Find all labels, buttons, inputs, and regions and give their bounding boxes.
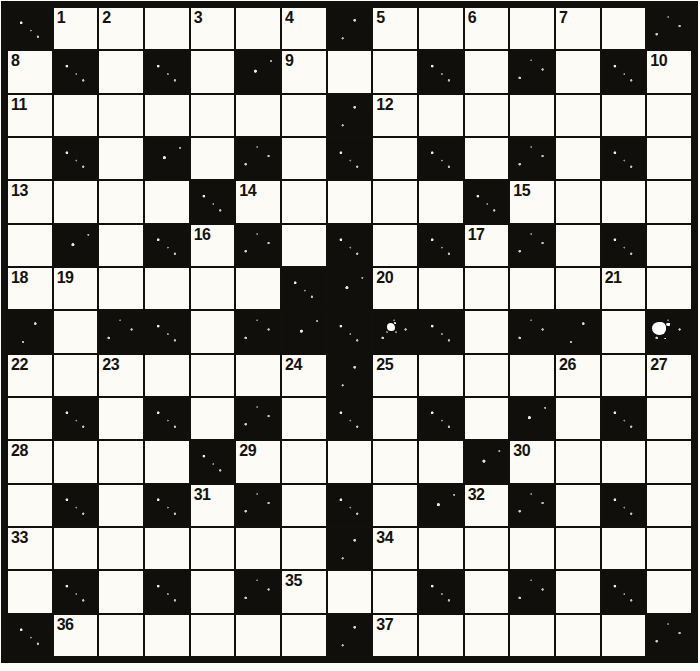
- white-cell[interactable]: [602, 615, 646, 656]
- black-cell: [145, 571, 189, 612]
- white-cell[interactable]: [647, 225, 691, 266]
- white-cell[interactable]: [99, 181, 143, 222]
- white-cell[interactable]: [465, 311, 509, 352]
- black-cell: [54, 571, 98, 612]
- white-cell[interactable]: 27: [647, 355, 691, 396]
- white-cell[interactable]: [510, 528, 554, 569]
- white-cell[interactable]: 33: [8, 528, 52, 569]
- black-cell: [419, 485, 463, 526]
- clue-number: 17: [468, 226, 485, 244]
- white-cell[interactable]: 26: [556, 355, 600, 396]
- white-cell[interactable]: 15: [510, 181, 554, 222]
- white-cell[interactable]: [236, 95, 280, 136]
- black-cell: [647, 311, 691, 352]
- white-cell[interactable]: 24: [282, 355, 326, 396]
- clue-number: 8: [11, 52, 19, 70]
- white-cell[interactable]: [8, 571, 52, 612]
- white-cell[interactable]: [647, 95, 691, 136]
- white-cell[interactable]: [602, 181, 646, 222]
- white-cell[interactable]: [99, 138, 143, 179]
- white-cell[interactable]: [99, 268, 143, 309]
- white-cell[interactable]: [556, 95, 600, 136]
- white-cell[interactable]: [236, 268, 280, 309]
- white-cell[interactable]: [145, 355, 189, 396]
- black-cell: [419, 571, 463, 612]
- black-cell: [145, 51, 189, 92]
- white-cell[interactable]: [145, 528, 189, 569]
- black-cell: [191, 181, 235, 222]
- white-cell[interactable]: [54, 181, 98, 222]
- black-cell: [419, 398, 463, 439]
- clue-number: 33: [11, 529, 28, 547]
- white-cell[interactable]: 32: [465, 485, 509, 526]
- white-cell[interactable]: [647, 398, 691, 439]
- white-cell[interactable]: [465, 138, 509, 179]
- black-cell: [54, 398, 98, 439]
- clue-number: 4: [285, 9, 293, 27]
- white-cell[interactable]: [191, 95, 235, 136]
- white-cell[interactable]: [54, 95, 98, 136]
- white-cell[interactable]: [8, 225, 52, 266]
- white-cell[interactable]: [419, 268, 463, 309]
- crossword-grid: 1234567891011121314151617181920212223242…: [1, 1, 698, 663]
- white-cell[interactable]: 20: [373, 268, 417, 309]
- white-cell[interactable]: 19: [54, 268, 98, 309]
- white-cell[interactable]: [8, 398, 52, 439]
- black-cell: [328, 615, 372, 656]
- white-cell[interactable]: 35: [282, 571, 326, 612]
- clue-number: 3: [194, 9, 202, 27]
- white-cell[interactable]: [602, 8, 646, 49]
- white-cell[interactable]: 3: [191, 8, 235, 49]
- white-cell[interactable]: 18: [8, 268, 52, 309]
- white-cell[interactable]: [282, 398, 326, 439]
- white-cell[interactable]: 28: [8, 441, 52, 482]
- black-cell: [328, 138, 372, 179]
- white-cell[interactable]: [99, 51, 143, 92]
- black-cell: [419, 225, 463, 266]
- black-cell: [328, 485, 372, 526]
- white-cell[interactable]: [373, 571, 417, 612]
- black-cell: [465, 441, 509, 482]
- white-cell[interactable]: [465, 398, 509, 439]
- black-cell: [99, 311, 143, 352]
- clue-number: 32: [468, 486, 485, 504]
- white-cell[interactable]: [191, 615, 235, 656]
- black-cell: [236, 398, 280, 439]
- clue-number: 31: [194, 486, 211, 504]
- clue-number: 18: [11, 269, 28, 287]
- white-cell[interactable]: [465, 571, 509, 612]
- white-cell[interactable]: 17: [465, 225, 509, 266]
- white-cell[interactable]: 11: [8, 95, 52, 136]
- white-cell[interactable]: [465, 268, 509, 309]
- white-cell[interactable]: [8, 485, 52, 526]
- black-cell: [373, 311, 417, 352]
- clue-number: 7: [559, 9, 567, 27]
- clue-number: 12: [376, 96, 393, 114]
- black-cell: [465, 181, 509, 222]
- black-cell: [510, 225, 554, 266]
- white-cell[interactable]: [236, 528, 280, 569]
- black-cell: [419, 51, 463, 92]
- white-cell[interactable]: [373, 398, 417, 439]
- white-cell[interactable]: [373, 225, 417, 266]
- clue-number: 10: [650, 52, 667, 70]
- white-cell[interactable]: [236, 8, 280, 49]
- white-cell[interactable]: 30: [510, 441, 554, 482]
- white-cell[interactable]: [282, 181, 326, 222]
- white-cell[interactable]: [419, 528, 463, 569]
- white-cell[interactable]: 36: [54, 615, 98, 656]
- white-cell[interactable]: 12: [373, 95, 417, 136]
- clue-number: 23: [102, 356, 119, 374]
- clue-number: 21: [605, 269, 622, 287]
- black-cell: [282, 268, 326, 309]
- clue-number: 36: [57, 616, 74, 634]
- white-cell[interactable]: [465, 355, 509, 396]
- white-cell[interactable]: [145, 95, 189, 136]
- black-cell: [328, 311, 372, 352]
- white-cell[interactable]: [236, 615, 280, 656]
- white-cell[interactable]: [556, 528, 600, 569]
- white-cell[interactable]: [465, 51, 509, 92]
- black-cell: [145, 398, 189, 439]
- black-cell: [647, 615, 691, 656]
- white-cell[interactable]: [373, 51, 417, 92]
- white-cell[interactable]: [282, 615, 326, 656]
- clue-number: 24: [285, 356, 302, 374]
- clue-number: 19: [57, 269, 74, 287]
- black-cell: [510, 138, 554, 179]
- white-cell[interactable]: [8, 138, 52, 179]
- black-cell: [54, 225, 98, 266]
- black-cell: [602, 138, 646, 179]
- white-cell[interactable]: 16: [191, 225, 235, 266]
- white-cell[interactable]: [99, 398, 143, 439]
- white-cell[interactable]: [373, 138, 417, 179]
- white-cell[interactable]: [54, 441, 98, 482]
- white-cell[interactable]: 21: [602, 268, 646, 309]
- black-cell: [328, 8, 372, 49]
- white-cell[interactable]: [419, 355, 463, 396]
- white-cell[interactable]: 9: [282, 51, 326, 92]
- clue-number: 14: [239, 182, 256, 200]
- white-cell[interactable]: [647, 138, 691, 179]
- white-cell[interactable]: [191, 311, 235, 352]
- white-cell[interactable]: [556, 441, 600, 482]
- white-cell[interactable]: 29: [236, 441, 280, 482]
- black-cell: [8, 311, 52, 352]
- black-cell: [328, 268, 372, 309]
- black-cell: [282, 311, 326, 352]
- white-cell[interactable]: 37: [373, 615, 417, 656]
- white-cell[interactable]: 23: [99, 355, 143, 396]
- black-cell: [328, 398, 372, 439]
- black-cell: [602, 571, 646, 612]
- white-cell[interactable]: 7: [556, 8, 600, 49]
- white-cell[interactable]: [99, 225, 143, 266]
- black-cell: [236, 311, 280, 352]
- clue-number: 35: [285, 572, 302, 590]
- white-cell[interactable]: 1: [54, 8, 98, 49]
- black-cell: [510, 51, 554, 92]
- white-cell[interactable]: [556, 138, 600, 179]
- white-cell[interactable]: [191, 51, 235, 92]
- white-cell[interactable]: 5: [373, 8, 417, 49]
- clue-number: 2: [102, 9, 110, 27]
- clue-number: 34: [376, 529, 393, 547]
- clue-number: 15: [513, 182, 530, 200]
- clue-number: 28: [11, 442, 28, 460]
- white-cell[interactable]: [54, 355, 98, 396]
- clue-number: 1: [57, 9, 65, 27]
- white-cell[interactable]: [419, 95, 463, 136]
- white-cell[interactable]: [465, 615, 509, 656]
- white-cell[interactable]: 2: [99, 8, 143, 49]
- clue-number: 27: [650, 356, 667, 374]
- white-cell[interactable]: [99, 95, 143, 136]
- white-cell[interactable]: [145, 181, 189, 222]
- white-cell[interactable]: [556, 51, 600, 92]
- clue-number: 25: [376, 356, 393, 374]
- white-cell[interactable]: 31: [191, 485, 235, 526]
- white-cell[interactable]: 25: [373, 355, 417, 396]
- white-cell[interactable]: 4: [282, 8, 326, 49]
- white-cell[interactable]: [99, 571, 143, 612]
- black-cell: [8, 8, 52, 49]
- white-cell[interactable]: [191, 528, 235, 569]
- white-cell[interactable]: [328, 571, 372, 612]
- white-cell[interactable]: [282, 441, 326, 482]
- white-cell[interactable]: [145, 268, 189, 309]
- clue-number: 13: [11, 182, 28, 200]
- white-cell[interactable]: [145, 615, 189, 656]
- white-cell[interactable]: 6: [465, 8, 509, 49]
- white-cell[interactable]: [556, 268, 600, 309]
- white-cell[interactable]: [282, 95, 326, 136]
- black-cell: [647, 8, 691, 49]
- white-cell[interactable]: 34: [373, 528, 417, 569]
- white-cell[interactable]: 13: [8, 181, 52, 222]
- black-cell: [236, 571, 280, 612]
- black-cell: [54, 138, 98, 179]
- black-cell: [328, 225, 372, 266]
- black-cell: [191, 441, 235, 482]
- white-cell[interactable]: [282, 528, 326, 569]
- white-cell[interactable]: [282, 138, 326, 179]
- white-cell[interactable]: [373, 181, 417, 222]
- white-cell[interactable]: [602, 355, 646, 396]
- black-cell: [145, 485, 189, 526]
- clue-number: 5: [376, 9, 384, 27]
- white-cell[interactable]: [282, 225, 326, 266]
- black-cell: [328, 95, 372, 136]
- white-cell[interactable]: [145, 441, 189, 482]
- white-cell[interactable]: [510, 8, 554, 49]
- black-cell: [510, 398, 554, 439]
- clue-number: 20: [376, 269, 393, 287]
- black-cell: [145, 138, 189, 179]
- white-cell[interactable]: [145, 8, 189, 49]
- clue-number: 26: [559, 356, 576, 374]
- black-cell: [145, 225, 189, 266]
- black-cell: [510, 485, 554, 526]
- white-cell[interactable]: [419, 8, 463, 49]
- white-cell[interactable]: [647, 181, 691, 222]
- white-cell[interactable]: [54, 311, 98, 352]
- white-cell[interactable]: 14: [236, 181, 280, 222]
- white-cell[interactable]: [99, 528, 143, 569]
- white-cell[interactable]: [465, 95, 509, 136]
- white-cell[interactable]: [236, 355, 280, 396]
- white-cell[interactable]: [328, 181, 372, 222]
- white-cell[interactable]: [556, 571, 600, 612]
- clue-number: 9: [285, 52, 293, 70]
- clue-number: 16: [194, 226, 211, 244]
- black-cell: [602, 485, 646, 526]
- white-cell[interactable]: [99, 615, 143, 656]
- black-cell: [556, 311, 600, 352]
- white-cell[interactable]: [191, 398, 235, 439]
- black-cell: [236, 138, 280, 179]
- white-cell[interactable]: [373, 441, 417, 482]
- white-cell[interactable]: [647, 528, 691, 569]
- clue-number: 11: [11, 96, 27, 114]
- white-cell[interactable]: [419, 615, 463, 656]
- black-cell: [54, 485, 98, 526]
- white-cell[interactable]: [419, 441, 463, 482]
- white-cell[interactable]: [419, 181, 463, 222]
- black-cell: [54, 51, 98, 92]
- clue-number: 30: [513, 442, 530, 460]
- black-cell: [510, 571, 554, 612]
- white-cell[interactable]: [510, 268, 554, 309]
- white-cell[interactable]: [647, 571, 691, 612]
- white-cell[interactable]: [556, 615, 600, 656]
- white-cell[interactable]: 8: [8, 51, 52, 92]
- clue-number: 6: [468, 9, 476, 27]
- white-cell[interactable]: [465, 528, 509, 569]
- white-cell[interactable]: 22: [8, 355, 52, 396]
- white-cell[interactable]: 10: [647, 51, 691, 92]
- black-cell: [510, 311, 554, 352]
- black-cell: [602, 225, 646, 266]
- white-cell[interactable]: [602, 441, 646, 482]
- white-cell[interactable]: [602, 95, 646, 136]
- black-cell: [8, 615, 52, 656]
- white-cell[interactable]: [191, 268, 235, 309]
- black-cell: [602, 398, 646, 439]
- white-cell[interactable]: [510, 615, 554, 656]
- white-cell[interactable]: [647, 441, 691, 482]
- white-cell[interactable]: [54, 528, 98, 569]
- white-cell[interactable]: [191, 571, 235, 612]
- white-cell[interactable]: [99, 485, 143, 526]
- scanned-puzzle-page: 1234567891011121314151617181920212223242…: [0, 0, 700, 671]
- clue-number: 37: [376, 616, 393, 634]
- black-cell: [602, 51, 646, 92]
- white-cell[interactable]: [602, 528, 646, 569]
- white-cell[interactable]: [191, 138, 235, 179]
- white-cell[interactable]: [602, 311, 646, 352]
- black-cell: [419, 311, 463, 352]
- black-cell: [236, 485, 280, 526]
- white-cell[interactable]: [556, 398, 600, 439]
- black-cell: [328, 355, 372, 396]
- white-cell[interactable]: [647, 485, 691, 526]
- white-cell[interactable]: [328, 441, 372, 482]
- black-cell: [145, 311, 189, 352]
- black-cell: [419, 138, 463, 179]
- white-cell[interactable]: [556, 485, 600, 526]
- clue-number: 22: [11, 356, 28, 374]
- white-cell[interactable]: [510, 95, 554, 136]
- black-cell: [236, 51, 280, 92]
- white-cell[interactable]: [556, 181, 600, 222]
- black-cell: [328, 528, 372, 569]
- white-cell[interactable]: [282, 485, 326, 526]
- white-cell[interactable]: [328, 51, 372, 92]
- black-cell: [236, 225, 280, 266]
- clue-number: 29: [239, 442, 256, 460]
- white-cell[interactable]: [99, 441, 143, 482]
- white-cell[interactable]: [556, 225, 600, 266]
- white-cell[interactable]: [510, 355, 554, 396]
- white-cell[interactable]: [373, 485, 417, 526]
- white-cell[interactable]: [191, 355, 235, 396]
- white-cell[interactable]: [647, 268, 691, 309]
